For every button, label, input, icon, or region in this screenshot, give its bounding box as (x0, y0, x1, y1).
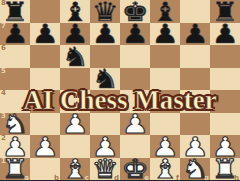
square-f7[interactable]: ♟ (150, 23, 180, 46)
white-king-icon[interactable]: ♚ (121, 156, 148, 181)
square-g6[interactable] (180, 45, 210, 68)
square-c3[interactable]: ♟ (60, 113, 90, 136)
black-pawn-icon[interactable]: ♟ (181, 21, 208, 48)
white-rook-icon[interactable]: ♜ (211, 156, 238, 181)
black-knight-icon[interactable]: ♞ (61, 43, 88, 70)
square-c1[interactable]: c♝ (60, 158, 90, 181)
black-pawn-icon[interactable]: ♟ (151, 21, 178, 48)
square-a7[interactable]: 7♟ (0, 23, 30, 46)
square-h7[interactable]: ♟ (210, 23, 240, 46)
game-title: AI Chess Master (0, 86, 240, 114)
square-h6[interactable] (210, 45, 240, 68)
square-b6[interactable] (30, 45, 60, 68)
square-a6[interactable]: 6 (0, 45, 30, 68)
rank-label-6: 6 (1, 45, 6, 52)
rank-label-5: 5 (1, 68, 6, 75)
square-h1[interactable]: h♜ (210, 158, 240, 181)
square-f1[interactable]: f♝ (150, 158, 180, 181)
square-b7[interactable]: ♟ (30, 23, 60, 46)
square-d7[interactable]: ♟ (90, 23, 120, 46)
square-e3[interactable]: ♟ (120, 113, 150, 136)
square-f6[interactable] (150, 45, 180, 68)
white-bishop-icon[interactable]: ♝ (61, 156, 88, 181)
square-e7[interactable]: ♟ (120, 23, 150, 46)
square-e6[interactable] (120, 45, 150, 68)
square-b2[interactable]: ♟ (30, 135, 60, 158)
square-g7[interactable]: ♟ (180, 23, 210, 46)
black-pawn-icon[interactable]: ♟ (31, 21, 58, 48)
file-label-b: b (54, 175, 59, 180)
white-rook-icon[interactable]: ♜ (1, 156, 28, 181)
white-queen-icon[interactable]: ♛ (91, 156, 118, 181)
square-g1[interactable]: g♞ (180, 158, 210, 181)
black-pawn-icon[interactable]: ♟ (211, 21, 238, 48)
white-bishop-icon[interactable]: ♝ (151, 156, 178, 181)
square-a1[interactable]: 1a♜ (0, 158, 30, 181)
square-b1[interactable]: b (30, 158, 60, 181)
black-pawn-icon[interactable]: ♟ (121, 21, 148, 48)
white-knight-icon[interactable]: ♞ (181, 156, 208, 181)
chess-app: 8♜♝♛♚♝♜7♟♟♟♟♟♟♟♟6♞5♞43♞♟♟2♟♟♟♟♟♟1a♜bc♝d♛… (0, 0, 240, 180)
black-pawn-icon[interactable]: ♟ (91, 21, 118, 48)
square-c6[interactable]: ♞ (60, 45, 90, 68)
square-e1[interactable]: e♚ (120, 158, 150, 181)
white-pawn-icon[interactable]: ♟ (31, 133, 58, 160)
square-d1[interactable]: d♛ (90, 158, 120, 181)
